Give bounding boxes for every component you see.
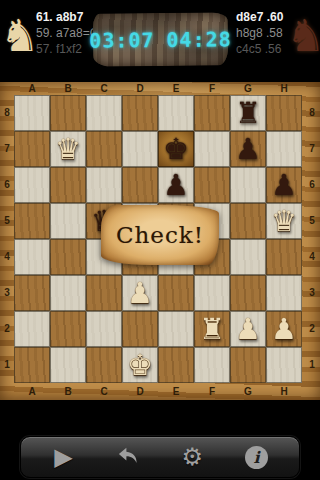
square-h3[interactable] xyxy=(266,275,302,311)
coordinate-label: F xyxy=(194,383,230,400)
square-b4[interactable] xyxy=(50,239,86,275)
square-h1[interactable] xyxy=(266,347,302,383)
white-rook-f2[interactable]: ♜ xyxy=(194,311,230,347)
coordinate-label: 6 xyxy=(0,167,14,203)
square-d6[interactable] xyxy=(122,167,158,203)
coordinate-label: 6 xyxy=(304,167,320,203)
info-icon: i xyxy=(245,446,268,469)
square-c2[interactable] xyxy=(86,311,122,347)
square-c1[interactable] xyxy=(86,347,122,383)
square-a7[interactable] xyxy=(14,131,50,167)
settings-button[interactable]: ⚙ xyxy=(170,439,214,475)
square-a3[interactable] xyxy=(14,275,50,311)
coordinate-label: F xyxy=(194,82,230,95)
square-f7[interactable] xyxy=(194,131,230,167)
coordinate-label: 1 xyxy=(304,347,320,383)
move-entry: d8e7 .60 xyxy=(236,9,283,25)
undo-icon xyxy=(115,444,141,470)
chess-app-screen: { "game": "chess", "position": { "fen": … xyxy=(0,0,320,480)
white-clock: 03:07 xyxy=(89,28,154,53)
square-a8[interactable] xyxy=(14,95,50,131)
file-labels-top: ABCDEFGH xyxy=(14,82,302,95)
square-d8[interactable] xyxy=(122,95,158,131)
square-f6[interactable] xyxy=(194,167,230,203)
coordinate-label: G xyxy=(230,82,266,95)
coordinate-label: 7 xyxy=(304,131,320,167)
coordinate-label: H xyxy=(266,82,302,95)
move-entry: 61. a8b7 xyxy=(36,9,99,25)
square-e3[interactable] xyxy=(158,275,194,311)
square-e8[interactable] xyxy=(158,95,194,131)
black-knight-icon: ♞ xyxy=(286,8,320,64)
white-pawn-d3[interactable]: ♟ xyxy=(122,275,158,311)
coordinate-label: 4 xyxy=(0,239,14,275)
coordinate-label: 1 xyxy=(0,347,14,383)
square-c7[interactable] xyxy=(86,131,122,167)
top-status-bar: ♞ 61. a8b759. a7a8=Q57. f1xf2 03:07 04:2… xyxy=(0,0,320,82)
black-move-list: d8e7 .60h8g8 .58c4c5 .56 xyxy=(236,9,283,57)
square-d2[interactable] xyxy=(122,311,158,347)
coordinate-label: A xyxy=(14,82,50,95)
square-b5[interactable] xyxy=(50,203,86,239)
game-clock: 03:07 04:28 xyxy=(93,12,229,66)
info-button[interactable]: i xyxy=(235,439,279,475)
square-g4[interactable] xyxy=(230,239,266,275)
clock-plank: 03:07 04:28 xyxy=(93,12,229,66)
coordinate-label: 8 xyxy=(304,95,320,131)
white-queen-h5[interactable]: ♛ xyxy=(266,203,302,239)
play-button[interactable]: ▶ xyxy=(41,439,85,475)
coordinate-label: G xyxy=(230,383,266,400)
square-f1[interactable] xyxy=(194,347,230,383)
coordinate-label: C xyxy=(86,82,122,95)
square-f3[interactable] xyxy=(194,275,230,311)
white-pawn-g2[interactable]: ♟ xyxy=(230,311,266,347)
coordinate-label: D xyxy=(122,383,158,400)
coordinate-label: B xyxy=(50,383,86,400)
square-d7[interactable] xyxy=(122,131,158,167)
black-pawn-e6[interactable]: ♟ xyxy=(158,167,194,203)
coordinate-label: 7 xyxy=(0,131,14,167)
square-c3[interactable] xyxy=(86,275,122,311)
coordinate-label: 2 xyxy=(304,311,320,347)
square-b6[interactable] xyxy=(50,167,86,203)
check-banner-text: Check! xyxy=(116,222,204,248)
coordinate-label: B xyxy=(50,82,86,95)
coordinate-label: E xyxy=(158,383,194,400)
square-h7[interactable] xyxy=(266,131,302,167)
bottom-toolbar: ▶⚙i xyxy=(20,436,300,478)
undo-button[interactable] xyxy=(106,439,150,475)
coordinate-label: 4 xyxy=(304,239,320,275)
square-a1[interactable] xyxy=(14,347,50,383)
play-icon: ▶ xyxy=(54,443,72,471)
white-knight-icon: ♞ xyxy=(0,8,34,64)
coordinate-label: 8 xyxy=(0,95,14,131)
black-pawn-g7[interactable]: ♟ xyxy=(230,131,266,167)
square-a5[interactable] xyxy=(14,203,50,239)
white-king-d1[interactable]: ♚ xyxy=(122,347,158,383)
coordinate-label: C xyxy=(86,383,122,400)
coordinate-label: 2 xyxy=(0,311,14,347)
black-rook-g8[interactable]: ♜ xyxy=(230,95,266,131)
coordinate-label: D xyxy=(122,82,158,95)
black-king-e7[interactable]: ♚ xyxy=(158,131,194,167)
square-e1[interactable] xyxy=(158,347,194,383)
coordinate-label: H xyxy=(266,383,302,400)
file-labels-bottom: ABCDEFGH xyxy=(14,383,302,400)
rank-labels-left: 87654321 xyxy=(0,95,14,383)
square-h4[interactable] xyxy=(266,239,302,275)
square-a4[interactable] xyxy=(14,239,50,275)
coordinate-label: 3 xyxy=(0,275,14,311)
square-b8[interactable] xyxy=(50,95,86,131)
white-queen-b7[interactable]: ♛ xyxy=(50,131,86,167)
coordinate-label: 5 xyxy=(0,203,14,239)
square-b1[interactable] xyxy=(50,347,86,383)
coordinate-label: 3 xyxy=(304,275,320,311)
square-g1[interactable] xyxy=(230,347,266,383)
move-entry: h8g8 .58 xyxy=(236,25,283,41)
square-f8[interactable] xyxy=(194,95,230,131)
square-h8[interactable] xyxy=(266,95,302,131)
square-c6[interactable] xyxy=(86,167,122,203)
coordinate-label: E xyxy=(158,82,194,95)
square-c8[interactable] xyxy=(86,95,122,131)
move-entry: c4c5 .56 xyxy=(236,41,283,57)
black-clock: 04:28 xyxy=(166,27,231,52)
black-pawn-h6[interactable]: ♟ xyxy=(266,167,302,203)
settings-icon: ⚙ xyxy=(181,443,203,471)
square-a6[interactable] xyxy=(14,167,50,203)
coordinate-label: 5 xyxy=(304,203,320,239)
square-g6[interactable] xyxy=(230,167,266,203)
square-g5[interactable] xyxy=(230,203,266,239)
square-b2[interactable] xyxy=(50,311,86,347)
square-g3[interactable] xyxy=(230,275,266,311)
rank-labels-right: 87654321 xyxy=(304,95,320,383)
square-e2[interactable] xyxy=(158,311,194,347)
square-a2[interactable] xyxy=(14,311,50,347)
check-banner: Check! xyxy=(101,205,219,265)
white-pawn-h2[interactable]: ♟ xyxy=(266,311,302,347)
square-b3[interactable] xyxy=(50,275,86,311)
coordinate-label: A xyxy=(14,383,50,400)
